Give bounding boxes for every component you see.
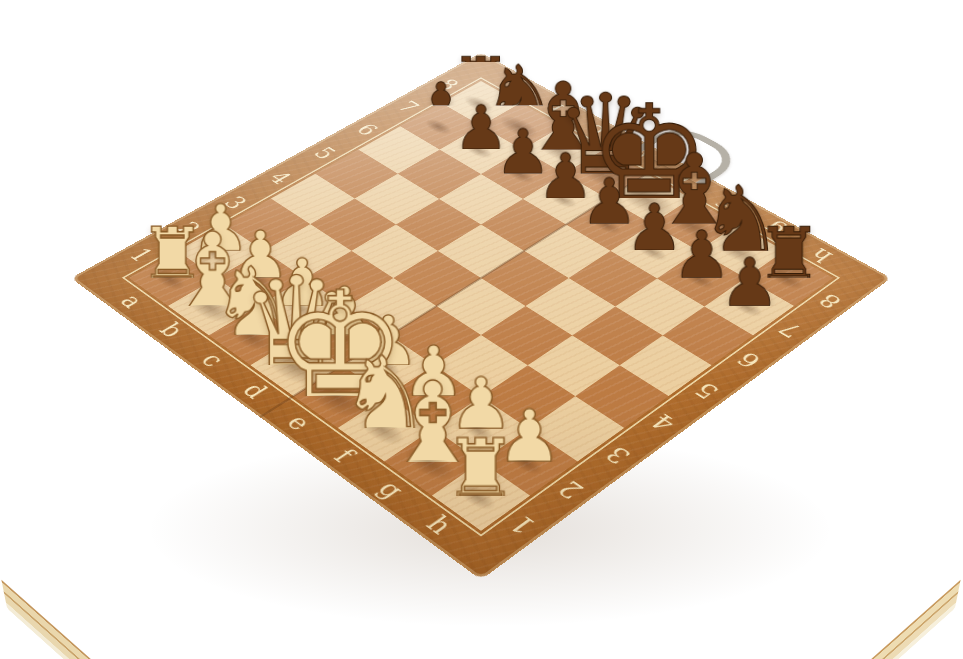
piece-white-rook-h1[interactable]: ♜ [414,316,549,496]
piece-black-pawn-h7[interactable]: ♟ [688,144,810,307]
photo-stage: 87654321 87654321 abcdefgh abcdefgh ♜♞♟♝… [0,0,963,659]
